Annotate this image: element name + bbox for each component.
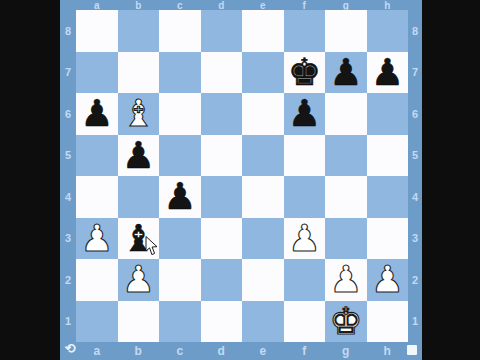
rank-label-6: 6 <box>60 93 76 135</box>
square-a4[interactable] <box>76 176 118 218</box>
rank-label-2: 2 <box>60 259 76 301</box>
square-b1[interactable] <box>118 301 160 343</box>
square-h3[interactable] <box>367 218 409 260</box>
piece-black-pawn-h7: ♟ <box>371 52 404 94</box>
square-b4[interactable] <box>118 176 160 218</box>
file-label-e: e <box>242 0 284 10</box>
square-g7[interactable]: ♟ <box>325 52 367 94</box>
square-e5[interactable] <box>242 135 284 177</box>
square-f6[interactable]: ♟ <box>284 93 326 135</box>
square-h7[interactable]: ♟ <box>367 52 409 94</box>
piece-white-pawn-b2: ♟ <box>122 259 155 301</box>
file-labels-bottom: abcdefgh <box>76 342 408 360</box>
file-label-g: g <box>325 342 367 360</box>
square-g5[interactable] <box>325 135 367 177</box>
square-b7[interactable] <box>118 52 160 94</box>
rank-labels-left: 87654321 <box>60 10 76 342</box>
square-b3[interactable]: ♝ <box>118 218 160 260</box>
file-label-c: c <box>159 342 201 360</box>
square-g6[interactable] <box>325 93 367 135</box>
rank-label-1: 1 <box>408 301 422 343</box>
square-c1[interactable] <box>159 301 201 343</box>
square-f3[interactable]: ♟ <box>284 218 326 260</box>
file-label-a: a <box>76 342 118 360</box>
square-c3[interactable] <box>159 218 201 260</box>
square-e1[interactable] <box>242 301 284 343</box>
file-label-h: h <box>367 342 409 360</box>
square-a7[interactable] <box>76 52 118 94</box>
chess-board: abcdefgh abcdefgh 87654321 87654321 ♚♟♟♟… <box>60 0 422 360</box>
square-a3[interactable]: ♟ <box>76 218 118 260</box>
piece-white-pawn-a3: ♟ <box>80 218 113 260</box>
square-g2[interactable]: ♟ <box>325 259 367 301</box>
piece-white-pawn-f3: ♟ <box>288 218 321 260</box>
rank-label-3: 3 <box>60 218 76 260</box>
square-c7[interactable] <box>159 52 201 94</box>
square-e3[interactable] <box>242 218 284 260</box>
square-f8[interactable] <box>284 10 326 52</box>
square-c4[interactable]: ♟ <box>159 176 201 218</box>
square-g4[interactable] <box>325 176 367 218</box>
rank-label-4: 4 <box>60 176 76 218</box>
square-a2[interactable] <box>76 259 118 301</box>
square-h2[interactable]: ♟ <box>367 259 409 301</box>
square-d5[interactable] <box>201 135 243 177</box>
piece-white-pawn-g2: ♟ <box>329 259 362 301</box>
square-a5[interactable] <box>76 135 118 177</box>
rank-label-7: 7 <box>408 52 422 94</box>
rank-label-2: 2 <box>408 259 422 301</box>
square-a6[interactable]: ♟ <box>76 93 118 135</box>
file-label-b: b <box>118 0 160 10</box>
file-label-c: c <box>159 0 201 10</box>
square-b2[interactable]: ♟ <box>118 259 160 301</box>
file-label-a: a <box>76 0 118 10</box>
piece-white-king-g1: ♚ <box>329 301 362 343</box>
square-a8[interactable] <box>76 10 118 52</box>
square-d3[interactable] <box>201 218 243 260</box>
square-c5[interactable] <box>159 135 201 177</box>
piece-black-pawn-a6: ♟ <box>80 93 113 135</box>
square-c2[interactable] <box>159 259 201 301</box>
square-e7[interactable] <box>242 52 284 94</box>
file-label-g: g <box>325 0 367 10</box>
piece-white-pawn-h2: ♟ <box>371 259 404 301</box>
square-b5[interactable]: ♟ <box>118 135 160 177</box>
file-label-f: f <box>284 0 326 10</box>
square-g8[interactable] <box>325 10 367 52</box>
square-d6[interactable] <box>201 93 243 135</box>
file-label-d: d <box>201 0 243 10</box>
rank-label-8: 8 <box>408 10 422 52</box>
square-d2[interactable] <box>201 259 243 301</box>
piece-black-pawn-c4: ♟ <box>163 176 196 218</box>
square-f7[interactable]: ♚ <box>284 52 326 94</box>
square-f4[interactable] <box>284 176 326 218</box>
square-d8[interactable] <box>201 10 243 52</box>
square-f1[interactable] <box>284 301 326 343</box>
square-e8[interactable] <box>242 10 284 52</box>
rank-label-1: 1 <box>60 301 76 343</box>
square-f5[interactable] <box>284 135 326 177</box>
board-squares: ♚♟♟♟♝♟♟♟♟♝♟♟♟♟♚ <box>76 10 408 342</box>
square-e6[interactable] <box>242 93 284 135</box>
square-marker-icon[interactable] <box>407 345 417 355</box>
rank-label-5: 5 <box>408 135 422 177</box>
rank-label-8: 8 <box>60 10 76 52</box>
square-a1[interactable] <box>76 301 118 343</box>
rank-label-4: 4 <box>408 176 422 218</box>
square-c6[interactable] <box>159 93 201 135</box>
square-d4[interactable] <box>201 176 243 218</box>
rank-labels-right: 87654321 <box>408 10 422 342</box>
square-h6[interactable] <box>367 93 409 135</box>
file-label-b: b <box>118 342 160 360</box>
square-d1[interactable] <box>201 301 243 343</box>
square-e2[interactable] <box>242 259 284 301</box>
square-h8[interactable] <box>367 10 409 52</box>
flip-board-icon[interactable]: ⟲ <box>62 341 78 357</box>
piece-black-king-f7: ♚ <box>288 52 321 94</box>
square-f2[interactable] <box>284 259 326 301</box>
piece-white-bishop-b6: ♝ <box>122 93 155 135</box>
file-label-h: h <box>367 0 409 10</box>
square-h4[interactable] <box>367 176 409 218</box>
piece-black-pawn-b5: ♟ <box>122 135 155 177</box>
file-labels-top: abcdefgh <box>76 0 408 10</box>
rank-label-7: 7 <box>60 52 76 94</box>
square-g3[interactable] <box>325 218 367 260</box>
square-h1[interactable] <box>367 301 409 343</box>
piece-black-pawn-g7: ♟ <box>329 52 362 94</box>
file-label-e: e <box>242 342 284 360</box>
square-b6[interactable]: ♝ <box>118 93 160 135</box>
piece-black-pawn-f6: ♟ <box>288 93 321 135</box>
rank-label-6: 6 <box>408 93 422 135</box>
square-h5[interactable] <box>367 135 409 177</box>
square-d7[interactable] <box>201 52 243 94</box>
square-c8[interactable] <box>159 10 201 52</box>
rank-label-5: 5 <box>60 135 76 177</box>
square-e4[interactable] <box>242 176 284 218</box>
piece-black-bishop-b3: ♝ <box>122 218 155 260</box>
file-label-d: d <box>201 342 243 360</box>
file-label-f: f <box>284 342 326 360</box>
rank-label-3: 3 <box>408 218 422 260</box>
square-b8[interactable] <box>118 10 160 52</box>
square-g1[interactable]: ♚ <box>325 301 367 343</box>
